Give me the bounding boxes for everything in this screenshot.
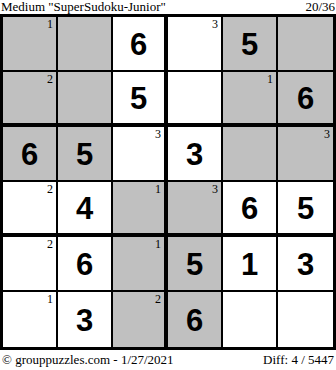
corner-mark: 2 — [47, 182, 53, 196]
copyright-text: © grouppuzzles.com - 1/27/2021 — [0, 351, 174, 369]
cell-value: 4 — [58, 182, 111, 233]
cell-r6c4[interactable]: 6 — [168, 292, 223, 347]
cell-r6c5[interactable] — [223, 292, 278, 347]
corner-mark: 1 — [267, 72, 273, 86]
cell-value: 5 — [113, 72, 164, 123]
cell-r3c4[interactable]: 3 — [168, 127, 223, 182]
corner-mark: 3 — [324, 127, 330, 141]
cell-r4c6[interactable]: 5 — [278, 182, 333, 237]
cell-r2c5[interactable]: 1 — [223, 72, 278, 127]
cell-r1c1[interactable]: 1 — [3, 17, 58, 72]
cell-value: 5 — [278, 182, 333, 233]
cell-r3c2[interactable]: 5 — [58, 127, 113, 182]
cell-r3c3[interactable]: 3 — [113, 127, 168, 182]
sudoku-board: 16352516653332413652615131326 — [0, 14, 336, 350]
cell-value: 6 — [113, 17, 164, 70]
cell-r1c4[interactable]: 3 — [168, 17, 223, 72]
cell-r3c1[interactable]: 6 — [3, 127, 58, 182]
puzzle-title: Medium "SuperSudoku-Junior" — [0, 0, 166, 14]
cell-r3c6[interactable]: 3 — [278, 127, 333, 182]
cell-r5c5[interactable]: 1 — [223, 237, 278, 292]
cell-r5c2[interactable]: 6 — [58, 237, 113, 292]
cell-value: 5 — [58, 127, 111, 180]
footer: © grouppuzzles.com - 1/27/2021 Diff: 4 /… — [0, 350, 336, 370]
corner-mark: 2 — [47, 237, 53, 251]
corner-mark: 2 — [47, 72, 53, 86]
cell-value: 3 — [58, 292, 111, 347]
cell-value: 6 — [278, 72, 333, 123]
cell-r5c3[interactable]: 1 — [113, 237, 168, 292]
cell-r1c2[interactable] — [58, 17, 113, 72]
cell-r6c6[interactable] — [278, 292, 333, 347]
corner-mark: 3 — [212, 17, 218, 31]
cell-value: 5 — [168, 237, 221, 290]
corner-mark: 1 — [155, 182, 161, 196]
cell-value: 6 — [58, 237, 111, 290]
cell-r4c3[interactable]: 1 — [113, 182, 168, 237]
cell-r6c3[interactable]: 2 — [113, 292, 168, 347]
progress-counter: 20/36 — [305, 0, 336, 14]
cell-value: 6 — [168, 292, 221, 347]
cell-r5c4[interactable]: 5 — [168, 237, 223, 292]
cell-r5c1[interactable]: 2 — [3, 237, 58, 292]
cell-r2c2[interactable] — [58, 72, 113, 127]
cell-r4c5[interactable]: 6 — [223, 182, 278, 237]
cell-r1c6[interactable] — [278, 17, 333, 72]
cell-value: 3 — [278, 237, 333, 290]
cell-value: 5 — [223, 17, 276, 70]
cell-r6c2[interactable]: 3 — [58, 292, 113, 347]
corner-mark: 1 — [47, 292, 53, 306]
cell-r3c5[interactable] — [223, 127, 278, 182]
corner-mark: 2 — [155, 292, 161, 306]
corner-mark: 1 — [155, 237, 161, 251]
corner-mark: 1 — [47, 17, 53, 31]
cell-r2c3[interactable]: 5 — [113, 72, 168, 127]
cell-r2c1[interactable]: 2 — [3, 72, 58, 127]
difficulty-text: Diff: 4 / 5447 — [263, 351, 336, 369]
cell-r1c5[interactable]: 5 — [223, 17, 278, 72]
corner-mark: 3 — [212, 182, 218, 196]
cell-value: 6 — [3, 127, 56, 180]
cell-r6c1[interactable]: 1 — [3, 292, 58, 347]
cell-value: 6 — [223, 182, 276, 233]
cell-r1c3[interactable]: 6 — [113, 17, 168, 72]
cell-r2c4[interactable] — [168, 72, 223, 127]
cell-r2c6[interactable]: 6 — [278, 72, 333, 127]
cell-r4c2[interactable]: 4 — [58, 182, 113, 237]
header: Medium "SuperSudoku-Junior" 20/36 — [0, 0, 336, 14]
cell-r4c4[interactable]: 3 — [168, 182, 223, 237]
cell-value: 3 — [168, 127, 221, 180]
cell-r4c1[interactable]: 2 — [3, 182, 58, 237]
corner-mark: 3 — [155, 127, 161, 141]
cell-r5c6[interactable]: 3 — [278, 237, 333, 292]
cell-value: 1 — [223, 237, 276, 290]
